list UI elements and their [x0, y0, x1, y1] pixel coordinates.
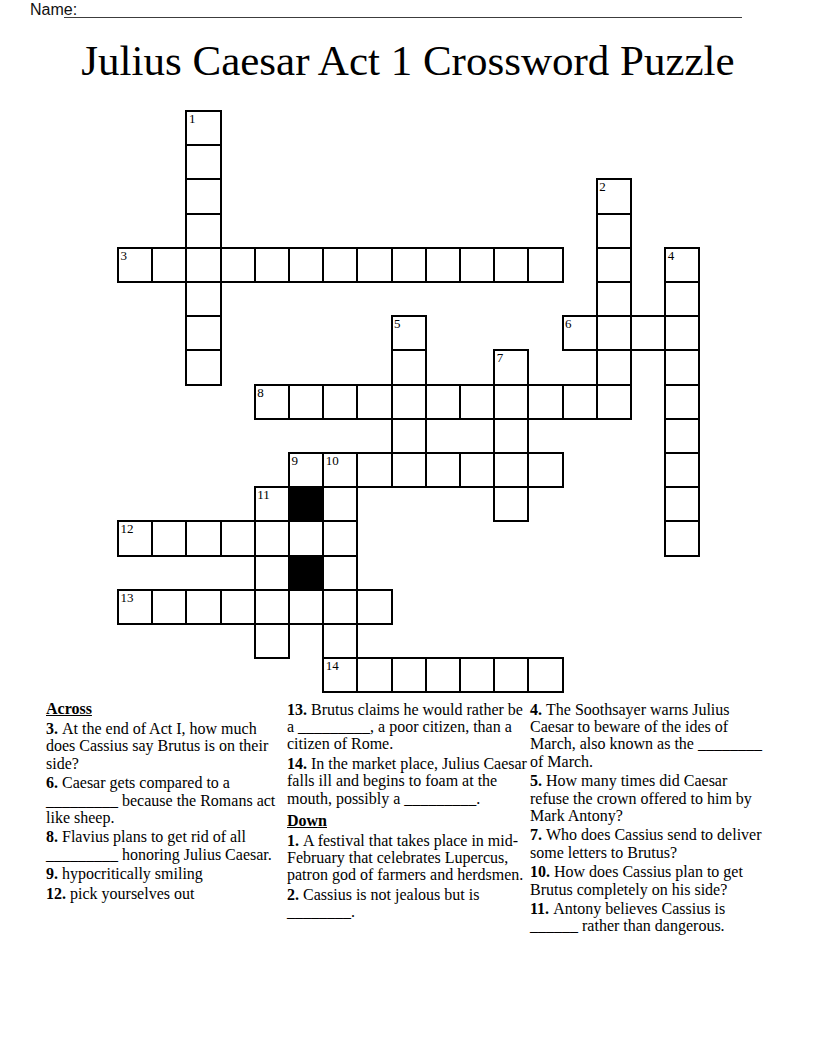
- answer-cell-r4c3[interactable]: [185, 213, 221, 249]
- clue-8: 8. Flavius plans to get rid of all _____…: [46, 828, 278, 862]
- clue-text-9: hypocritically smiling: [62, 865, 203, 882]
- answer-cell-r11c6[interactable]: 9: [288, 452, 324, 488]
- cell-number-10: 10: [326, 454, 339, 467]
- clue-6: 6. Caesar gets compared to a _________ b…: [46, 774, 278, 826]
- name-blank-line[interactable]: [64, 0, 742, 18]
- clue-text-10: How does Cassius plan to get Brutus comp…: [530, 863, 743, 897]
- cell-number-9: 9: [292, 454, 299, 467]
- clue-text-6: Caesar gets compared to a _________ beca…: [46, 774, 275, 825]
- answer-cell-r15c4[interactable]: [220, 589, 256, 625]
- answer-cell-r8c17[interactable]: [664, 349, 700, 385]
- cell-number-5: 5: [394, 317, 401, 330]
- answer-cell-r12c5[interactable]: 11: [254, 486, 290, 522]
- page-title: Julius Caesar Act 1 Crossword Puzzle: [0, 36, 816, 85]
- answer-cell-r16c7[interactable]: [322, 623, 358, 659]
- answer-cell-r17c13[interactable]: [527, 657, 563, 693]
- answer-cell-r5c2[interactable]: [151, 247, 187, 283]
- answer-cell-r13c7[interactable]: [322, 520, 358, 556]
- answer-cell-r10c17[interactable]: [664, 418, 700, 454]
- answer-cell-r6c15[interactable]: [596, 281, 632, 317]
- answer-cell-r15c8[interactable]: [356, 589, 392, 625]
- cell-number-3: 3: [121, 249, 128, 262]
- cell-number-7: 7: [497, 351, 504, 364]
- answer-cell-r17c11[interactable]: [459, 657, 495, 693]
- answer-cell-r9c14[interactable]: [562, 384, 598, 420]
- answer-cell-r8c15[interactable]: [596, 349, 632, 385]
- cell-number-8: 8: [257, 386, 264, 399]
- black-cell-r12c6: [288, 486, 324, 522]
- answer-cell-r5c3[interactable]: [185, 247, 221, 283]
- clue-text-5: How many times did Caesar refuse the cro…: [530, 772, 752, 823]
- clue-10: 10. How does Cassius plan to get Brutus …: [530, 863, 767, 897]
- answer-cell-r5c10[interactable]: [425, 247, 461, 283]
- answer-cell-r9c10[interactable]: [425, 384, 461, 420]
- clue-9: 9. hypocritically smiling: [46, 865, 278, 882]
- answer-cell-r14c5[interactable]: [254, 555, 290, 591]
- clue-5: 5. How many times did Caesar refuse the …: [530, 772, 767, 824]
- answer-cell-r5c15[interactable]: [596, 247, 632, 283]
- clue-number-6: 6.: [46, 774, 62, 791]
- cell-number-12: 12: [121, 522, 134, 535]
- clue-number-1: 1.: [287, 832, 303, 849]
- clue-number-4: 4.: [530, 701, 546, 718]
- across-header: Across: [46, 700, 278, 717]
- clue-number-7: 7.: [530, 826, 546, 843]
- answer-cell-r10c12[interactable]: [493, 418, 529, 454]
- clue-number-5: 5.: [530, 772, 546, 789]
- answer-cell-r9c11[interactable]: [459, 384, 495, 420]
- clue-14: 14. In the market place, Julius Caesar f…: [287, 755, 529, 807]
- clue-number-8: 8.: [46, 828, 62, 845]
- answer-cell-r13c4[interactable]: [220, 520, 256, 556]
- clue-text-8: Flavius plans to get rid of all ________…: [46, 828, 272, 862]
- answer-cell-r12c12[interactable]: [493, 486, 529, 522]
- clue-text-7: Who does Cassius send to deliver some le…: [530, 826, 762, 860]
- clue-text-11: Antony believes Cassius is ______ rather…: [530, 900, 725, 934]
- answer-cell-r11c9[interactable]: [391, 452, 427, 488]
- clue-4: 4. The Soothsayer warns Julius Caesar to…: [530, 701, 767, 770]
- answer-cell-r9c8[interactable]: [356, 384, 392, 420]
- answer-cell-r10c9[interactable]: [391, 418, 427, 454]
- clue-number-10: 10.: [530, 863, 554, 880]
- answer-cell-r5c17[interactable]: 4: [664, 247, 700, 283]
- answer-cell-r12c7[interactable]: [322, 486, 358, 522]
- clue-number-9: 9.: [46, 865, 62, 882]
- answer-cell-r6c3[interactable]: [185, 281, 221, 317]
- answer-cell-r9c17[interactable]: [664, 384, 700, 420]
- clue-number-11: 11.: [530, 900, 553, 917]
- answer-cell-r5c4[interactable]: [220, 247, 256, 283]
- clue-column-3: 4. The Soothsayer warns Julius Caesar to…: [530, 701, 767, 937]
- cell-number-14: 14: [326, 659, 339, 672]
- answer-cell-r6c17[interactable]: [664, 281, 700, 317]
- clue-text-4: The Soothsayer warns Julius Caesar to be…: [530, 701, 762, 770]
- answer-cell-r9c6[interactable]: [288, 384, 324, 420]
- clue-column-1: Across3. At the end of Act I, how much d…: [46, 700, 278, 905]
- cell-number-11: 11: [257, 488, 270, 501]
- answer-cell-r8c9[interactable]: [391, 349, 427, 385]
- answer-cell-r16c5[interactable]: [254, 623, 290, 659]
- clue-number-3: 3.: [46, 720, 62, 737]
- answer-cell-r5c6[interactable]: [288, 247, 324, 283]
- clue-number-14: 14.: [287, 755, 311, 772]
- answer-cell-r15c2[interactable]: [151, 589, 187, 625]
- answer-cell-r7c3[interactable]: [185, 315, 221, 351]
- answer-cell-r9c7[interactable]: [322, 384, 358, 420]
- answer-cell-r7c14[interactable]: 6: [562, 315, 598, 351]
- answer-cell-r13c2[interactable]: [151, 520, 187, 556]
- clue-text-13: Brutus claims he would rather be a _____…: [287, 701, 523, 752]
- cell-number-6: 6: [565, 317, 572, 330]
- answer-cell-r8c12[interactable]: 7: [493, 349, 529, 385]
- answer-cell-r7c15[interactable]: [596, 315, 632, 351]
- clue-12: 12. pick yourselves out: [46, 885, 278, 902]
- answer-cell-r13c3[interactable]: [185, 520, 221, 556]
- answer-cell-r11c7[interactable]: 10: [322, 452, 358, 488]
- answer-cell-r5c12[interactable]: [493, 247, 529, 283]
- clue-text-12: pick yourselves out: [70, 885, 194, 902]
- answer-cell-r7c9[interactable]: 5: [391, 315, 427, 351]
- answer-cell-r12c17[interactable]: [664, 486, 700, 522]
- answer-cell-r11c8[interactable]: [356, 452, 392, 488]
- answer-cell-r2c3[interactable]: [185, 144, 221, 180]
- clue-column-2: 13. Brutus claims he would rather be a _…: [287, 701, 529, 923]
- answer-cell-r14c7[interactable]: [322, 555, 358, 591]
- name-label: Name:: [30, 1, 77, 19]
- clue-13: 13. Brutus claims he would rather be a _…: [287, 701, 529, 753]
- down-header: Down: [287, 812, 529, 829]
- clue-3: 3. At the end of Act I, how much does Ca…: [46, 720, 278, 772]
- clue-11: 11. Antony believes Cassius is ______ ra…: [530, 900, 767, 934]
- answer-cell-r11c17[interactable]: [664, 452, 700, 488]
- answer-cell-r17c12[interactable]: [493, 657, 529, 693]
- clue-number-12: 12.: [46, 885, 70, 902]
- clue-text-3: At the end of Act I, how much does Cassi…: [46, 720, 268, 771]
- answer-cell-r9c13[interactable]: [527, 384, 563, 420]
- answer-cell-r5c11[interactable]: [459, 247, 495, 283]
- answer-cell-r5c8[interactable]: [356, 247, 392, 283]
- answer-cell-r5c1[interactable]: 3: [117, 247, 153, 283]
- answer-cell-r5c5[interactable]: [254, 247, 290, 283]
- answer-cell-r3c3[interactable]: [185, 178, 221, 214]
- answer-cell-r3c15[interactable]: 2: [596, 178, 632, 214]
- answer-cell-r8c3[interactable]: [185, 349, 221, 385]
- answer-cell-r5c9[interactable]: [391, 247, 427, 283]
- answer-cell-r9c5[interactable]: 8: [254, 384, 290, 420]
- answer-cell-r4c15[interactable]: [596, 213, 632, 249]
- answer-cell-r7c16[interactable]: [630, 315, 666, 351]
- crossword-grid: 1234567891011121314: [117, 110, 701, 694]
- answer-cell-r17c10[interactable]: [425, 657, 461, 693]
- answer-cell-r15c7[interactable]: [322, 589, 358, 625]
- cell-number-4: 4: [668, 249, 675, 262]
- answer-cell-r13c1[interactable]: 12: [117, 520, 153, 556]
- answer-cell-r5c7[interactable]: [322, 247, 358, 283]
- black-cell-r14c6: [288, 555, 324, 591]
- answer-cell-r11c11[interactable]: [459, 452, 495, 488]
- clue-1: 1. A festival that takes place in mid-Fe…: [287, 832, 529, 884]
- answer-cell-r9c9[interactable]: [391, 384, 427, 420]
- answer-cell-r13c6[interactable]: [288, 520, 324, 556]
- clue-text-1: A festival that takes place in mid-Febru…: [287, 832, 523, 883]
- clue-text-14: In the market place, Julius Caesar falls…: [287, 755, 527, 806]
- answer-cell-r15c5[interactable]: [254, 589, 290, 625]
- answer-cell-r11c13[interactable]: [527, 452, 563, 488]
- answer-cell-r5c13[interactable]: [527, 247, 563, 283]
- answer-cell-r7c17[interactable]: [664, 315, 700, 351]
- cell-number-2: 2: [599, 180, 606, 193]
- answer-cell-r15c6[interactable]: [288, 589, 324, 625]
- answer-cell-r1c3[interactable]: 1: [185, 110, 221, 146]
- answer-cell-r13c17[interactable]: [664, 520, 700, 556]
- answer-cell-r15c3[interactable]: [185, 589, 221, 625]
- clue-7: 7. Who does Cassius send to deliver some…: [530, 826, 767, 860]
- clue-text-2: Cassius is not jealous but is ________.: [287, 886, 479, 920]
- answer-cell-r17c7[interactable]: 14: [322, 657, 358, 693]
- worksheet-page: { "page": { "name_label": "Name:", "titl…: [0, 0, 816, 1056]
- answer-cell-r17c8[interactable]: [356, 657, 392, 693]
- answer-cell-r15c1[interactable]: 13: [117, 589, 153, 625]
- answer-cell-r17c9[interactable]: [391, 657, 427, 693]
- clue-number-2: 2.: [287, 886, 303, 903]
- clue-number-13: 13.: [287, 701, 311, 718]
- answer-cell-r11c10[interactable]: [425, 452, 461, 488]
- answer-cell-r9c12[interactable]: [493, 384, 529, 420]
- answer-cell-r9c15[interactable]: [596, 384, 632, 420]
- clue-2: 2. Cassius is not jealous but is _______…: [287, 886, 529, 920]
- cell-number-13: 13: [121, 591, 134, 604]
- answer-cell-r11c12[interactable]: [493, 452, 529, 488]
- cell-number-1: 1: [189, 112, 196, 125]
- answer-cell-r13c5[interactable]: [254, 520, 290, 556]
